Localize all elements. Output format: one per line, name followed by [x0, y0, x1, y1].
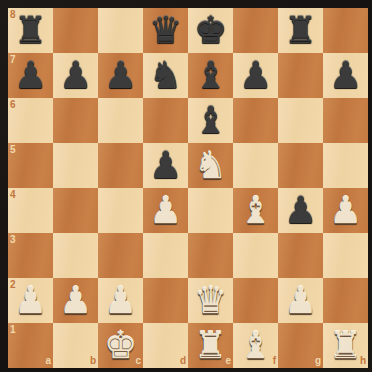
square-c7[interactable]: ♟ — [98, 53, 143, 98]
square-b8[interactable] — [53, 8, 98, 53]
square-f2[interactable] — [233, 278, 278, 323]
square-b6[interactable] — [53, 98, 98, 143]
rank-label-3: 3 — [10, 235, 16, 245]
piece-white-bishop[interactable]: ♝ — [233, 188, 278, 233]
piece-white-king[interactable]: ♚ — [98, 323, 143, 368]
square-b4[interactable] — [53, 188, 98, 233]
square-e2[interactable]: ♛ — [188, 278, 233, 323]
square-g3[interactable] — [278, 233, 323, 278]
piece-white-rook[interactable]: ♜ — [323, 323, 368, 368]
square-e5[interactable]: ♞ — [188, 143, 233, 188]
square-a1[interactable]: 1a — [8, 323, 53, 368]
square-b1[interactable]: b — [53, 323, 98, 368]
piece-black-rook[interactable]: ♜ — [278, 8, 323, 53]
square-b5[interactable] — [53, 143, 98, 188]
piece-white-rook[interactable]: ♜ — [188, 323, 233, 368]
rank-label-4: 4 — [10, 190, 16, 200]
square-g4[interactable]: ♟ — [278, 188, 323, 233]
square-d3[interactable] — [143, 233, 188, 278]
square-d1[interactable]: d — [143, 323, 188, 368]
file-label-a: a — [45, 356, 51, 366]
piece-white-pawn[interactable]: ♟ — [53, 278, 98, 323]
square-a3[interactable]: 3 — [8, 233, 53, 278]
square-e1[interactable]: e♜ — [188, 323, 233, 368]
square-b2[interactable]: ♟ — [53, 278, 98, 323]
piece-black-pawn[interactable]: ♟ — [53, 53, 98, 98]
square-b3[interactable] — [53, 233, 98, 278]
square-g2[interactable]: ♟ — [278, 278, 323, 323]
square-c8[interactable] — [98, 8, 143, 53]
piece-black-pawn[interactable]: ♟ — [278, 188, 323, 233]
square-f3[interactable] — [233, 233, 278, 278]
square-g5[interactable] — [278, 143, 323, 188]
piece-white-pawn[interactable]: ♟ — [278, 278, 323, 323]
rank-label-5: 5 — [10, 145, 16, 155]
square-a5[interactable]: 5 — [8, 143, 53, 188]
piece-black-pawn[interactable]: ♟ — [143, 143, 188, 188]
square-h3[interactable] — [323, 233, 368, 278]
square-a6[interactable]: 6 — [8, 98, 53, 143]
square-c6[interactable] — [98, 98, 143, 143]
chess-board-frame: 8♜♛♚♜7♟♟♟♞♝♟♟6♝5♟♞4♟♝♟♟32♟♟♟♛♟1abc♚de♜f♝… — [0, 0, 372, 372]
square-e6[interactable]: ♝ — [188, 98, 233, 143]
piece-white-pawn[interactable]: ♟ — [323, 188, 368, 233]
piece-black-pawn[interactable]: ♟ — [233, 53, 278, 98]
piece-black-knight[interactable]: ♞ — [143, 53, 188, 98]
square-h2[interactable] — [323, 278, 368, 323]
file-label-d: d — [180, 356, 186, 366]
square-c1[interactable]: c♚ — [98, 323, 143, 368]
square-h6[interactable] — [323, 98, 368, 143]
piece-black-bishop[interactable]: ♝ — [188, 98, 233, 143]
square-b7[interactable]: ♟ — [53, 53, 98, 98]
square-a2[interactable]: 2♟ — [8, 278, 53, 323]
square-d6[interactable] — [143, 98, 188, 143]
file-label-g: g — [315, 356, 321, 366]
square-d8[interactable]: ♛ — [143, 8, 188, 53]
piece-white-knight[interactable]: ♞ — [188, 143, 233, 188]
square-h7[interactable]: ♟ — [323, 53, 368, 98]
square-e3[interactable] — [188, 233, 233, 278]
square-e4[interactable] — [188, 188, 233, 233]
piece-white-pawn[interactable]: ♟ — [98, 278, 143, 323]
square-d4[interactable]: ♟ — [143, 188, 188, 233]
square-d5[interactable]: ♟ — [143, 143, 188, 188]
piece-white-pawn[interactable]: ♟ — [8, 278, 53, 323]
piece-black-king[interactable]: ♚ — [188, 8, 233, 53]
piece-black-bishop[interactable]: ♝ — [188, 53, 233, 98]
square-d7[interactable]: ♞ — [143, 53, 188, 98]
square-a7[interactable]: 7♟ — [8, 53, 53, 98]
square-h4[interactable]: ♟ — [323, 188, 368, 233]
file-label-b: b — [90, 356, 96, 366]
piece-white-queen[interactable]: ♛ — [188, 278, 233, 323]
square-f5[interactable] — [233, 143, 278, 188]
square-e7[interactable]: ♝ — [188, 53, 233, 98]
piece-black-pawn[interactable]: ♟ — [8, 53, 53, 98]
rank-label-1: 1 — [10, 325, 16, 335]
square-c4[interactable] — [98, 188, 143, 233]
square-h1[interactable]: h♜ — [323, 323, 368, 368]
square-c5[interactable] — [98, 143, 143, 188]
square-f6[interactable] — [233, 98, 278, 143]
piece-black-queen[interactable]: ♛ — [143, 8, 188, 53]
square-g7[interactable] — [278, 53, 323, 98]
square-d2[interactable] — [143, 278, 188, 323]
square-h8[interactable] — [323, 8, 368, 53]
square-g1[interactable]: g — [278, 323, 323, 368]
piece-black-pawn[interactable]: ♟ — [98, 53, 143, 98]
square-g8[interactable]: ♜ — [278, 8, 323, 53]
chess-board: 8♜♛♚♜7♟♟♟♞♝♟♟6♝5♟♞4♟♝♟♟32♟♟♟♛♟1abc♚de♜f♝… — [8, 8, 368, 368]
square-c3[interactable] — [98, 233, 143, 278]
square-g6[interactable] — [278, 98, 323, 143]
piece-white-pawn[interactable]: ♟ — [143, 188, 188, 233]
piece-white-bishop[interactable]: ♝ — [233, 323, 278, 368]
square-c2[interactable]: ♟ — [98, 278, 143, 323]
piece-black-rook[interactable]: ♜ — [8, 8, 53, 53]
square-f4[interactable]: ♝ — [233, 188, 278, 233]
piece-black-pawn[interactable]: ♟ — [323, 53, 368, 98]
rank-label-6: 6 — [10, 100, 16, 110]
square-f7[interactable]: ♟ — [233, 53, 278, 98]
square-f1[interactable]: f♝ — [233, 323, 278, 368]
square-f8[interactable] — [233, 8, 278, 53]
square-a4[interactable]: 4 — [8, 188, 53, 233]
square-h5[interactable] — [323, 143, 368, 188]
square-a8[interactable]: 8♜ — [8, 8, 53, 53]
square-e8[interactable]: ♚ — [188, 8, 233, 53]
